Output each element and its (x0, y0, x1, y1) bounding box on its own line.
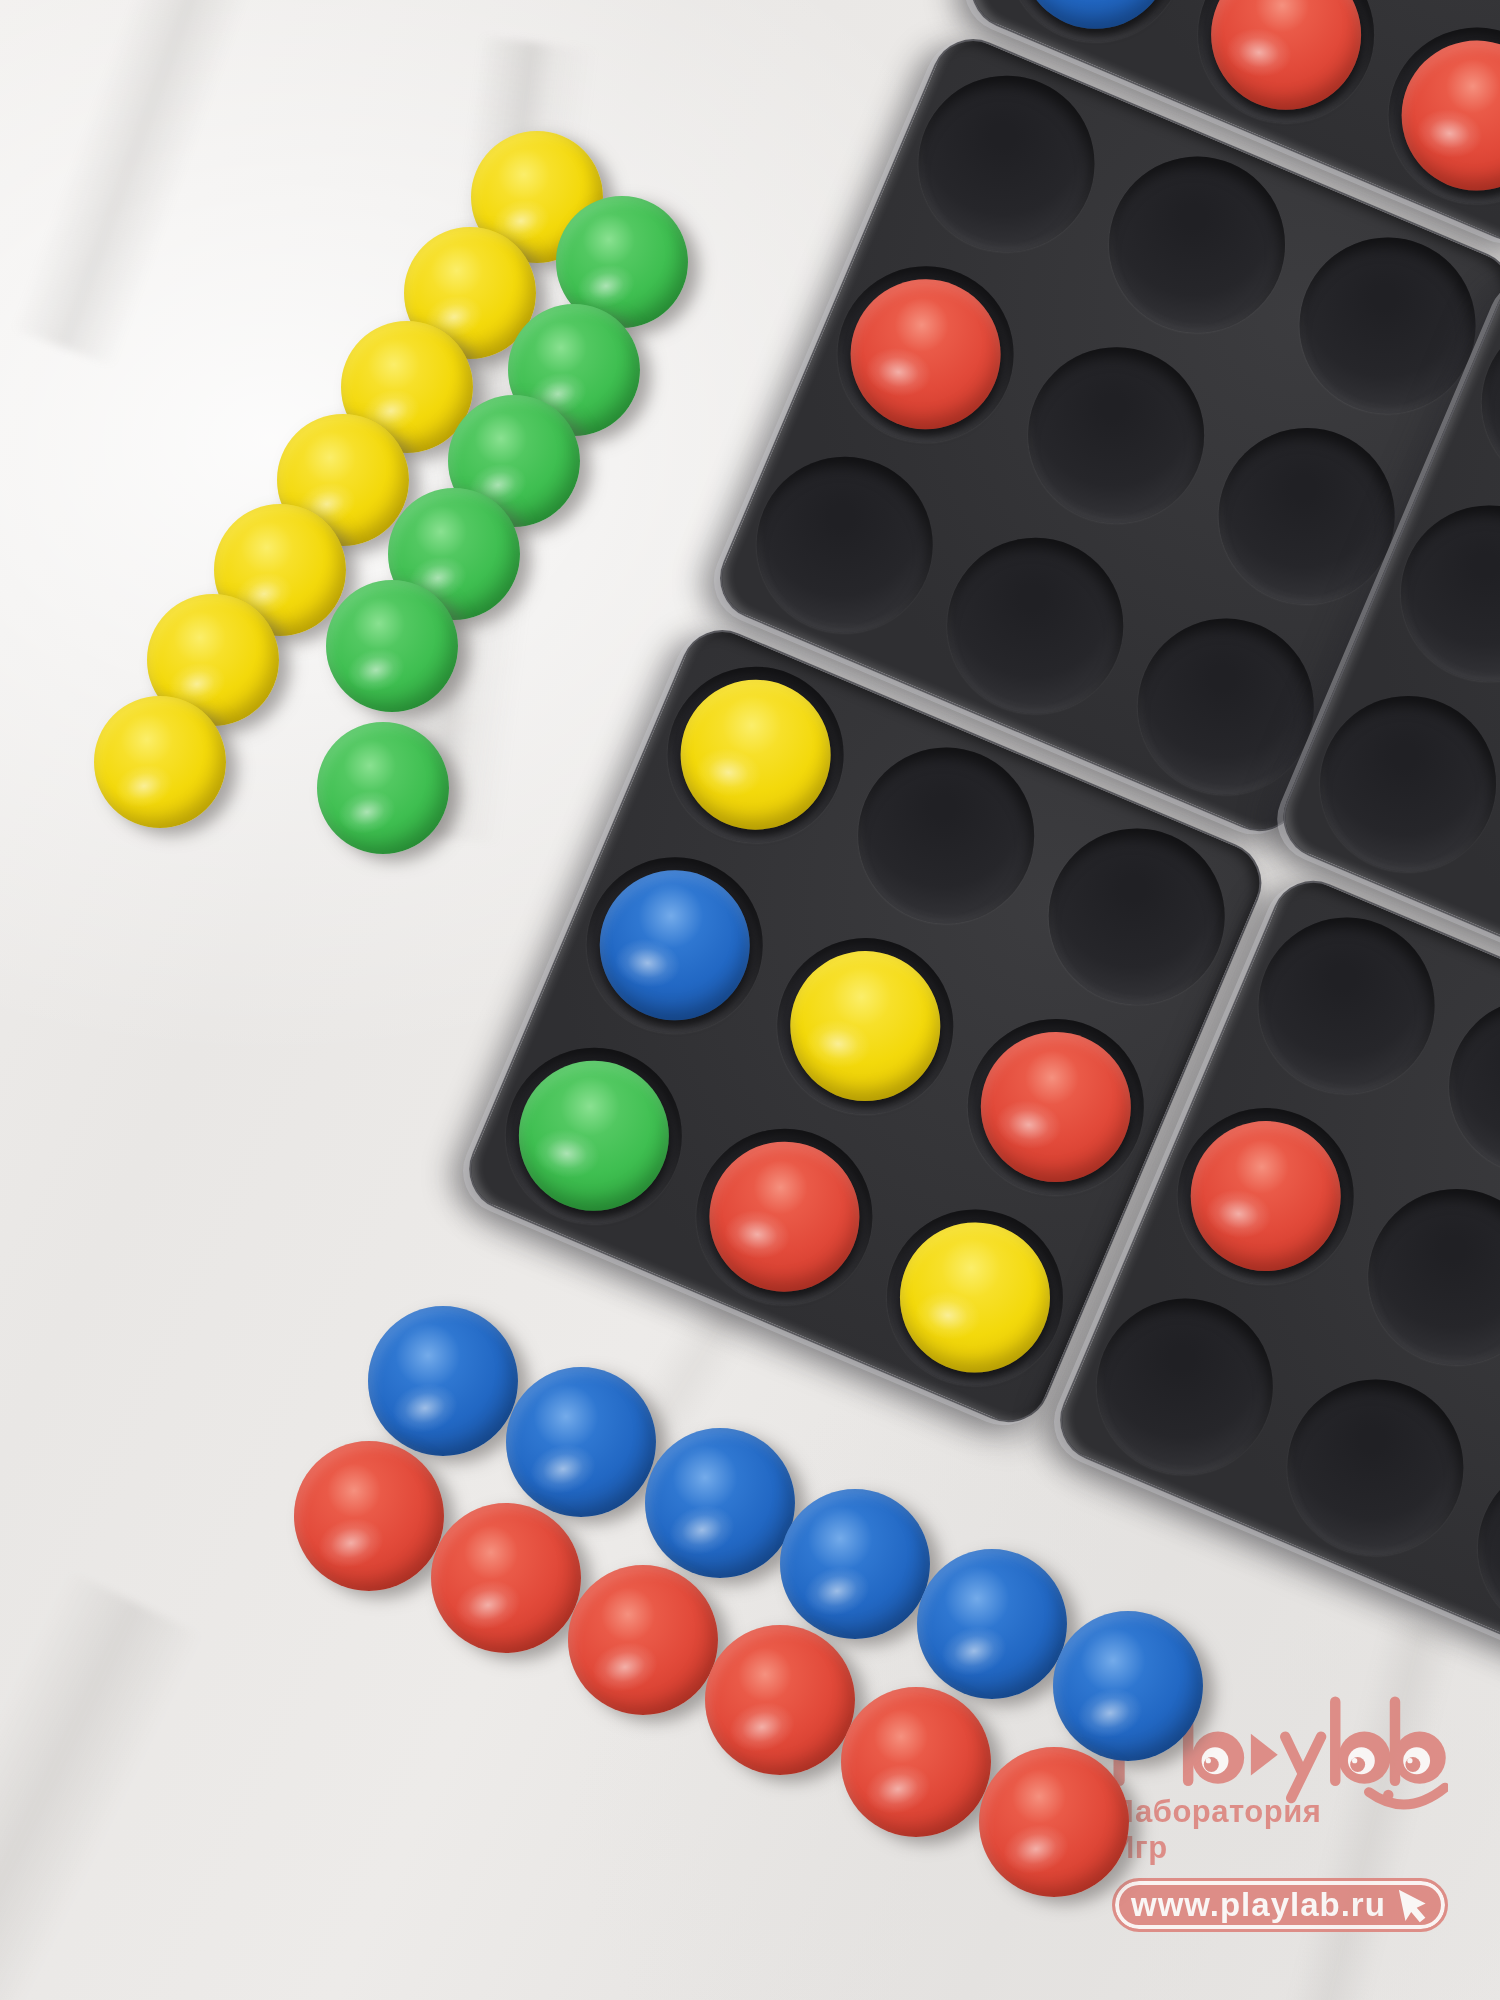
loose-chip-red[interactable] (979, 1747, 1129, 1897)
loose-chip-blue[interactable] (780, 1489, 930, 1639)
loose-chip-red[interactable] (294, 1441, 444, 1591)
loose-chip-red[interactable] (431, 1503, 581, 1653)
cell-center-r3c2[interactable] (669, 1101, 900, 1332)
chip-red[interactable] (957, 1009, 1154, 1206)
loose-chip-green[interactable] (317, 722, 449, 854)
cell-center-r1c1[interactable] (640, 640, 871, 871)
cell-lower-right-r3c2[interactable] (1260, 1352, 1491, 1583)
chip-green[interactable] (496, 1037, 693, 1234)
loose-chip-blue[interactable] (645, 1428, 795, 1578)
loose-chip-red[interactable] (568, 1565, 718, 1715)
loose-chip-blue[interactable] (917, 1549, 1067, 1699)
chip-red[interactable] (1188, 0, 1385, 133)
loose-chip-blue[interactable] (1053, 1611, 1203, 1761)
cell-center-r2c1[interactable] (560, 830, 791, 1061)
chip-red[interactable] (828, 256, 1025, 453)
logo-url-pill[interactable]: www.playlab.ru (1112, 1878, 1448, 1932)
chip-blue[interactable] (998, 0, 1195, 52)
chip-red[interactable] (1168, 1098, 1365, 1295)
chip-yellow[interactable] (876, 1199, 1073, 1396)
cell-upper-r3c1[interactable] (730, 429, 961, 660)
cell-upper-r1c1[interactable] (891, 49, 1122, 280)
cell-center-r1c3[interactable] (1021, 801, 1252, 1032)
loose-chip-red[interactable] (705, 1625, 855, 1775)
cell-center-r2c3[interactable] (940, 992, 1171, 1223)
cell-top-r3c2[interactable] (1171, 0, 1402, 150)
cell-lower-right-r1c1[interactable] (1231, 891, 1462, 1122)
cell-top-r3c3[interactable] (1361, 0, 1500, 231)
marble-vein (11, 0, 258, 366)
cell-lower-right-r2c2[interactable] (1341, 1162, 1500, 1393)
loose-chip-blue[interactable] (506, 1367, 656, 1517)
cell-upper-r2c1[interactable] (811, 239, 1042, 470)
loose-chip-red[interactable] (841, 1687, 991, 1837)
cell-upper-r2c2[interactable] (1001, 320, 1232, 551)
cell-lower-right-r2c1[interactable] (1151, 1081, 1382, 1312)
chip-red[interactable] (686, 1118, 883, 1315)
cell-upper-r3c2[interactable] (920, 510, 1151, 741)
chip-red[interactable] (1378, 17, 1500, 214)
cell-center-r1c2[interactable] (831, 721, 1062, 952)
cursor-icon (1397, 1887, 1431, 1923)
loose-chip-yellow[interactable] (94, 696, 226, 828)
loose-chip-blue[interactable] (368, 1306, 518, 1456)
logo-url: www.playlab.ru (1131, 1886, 1397, 1924)
chip-blue[interactable] (577, 847, 774, 1044)
logo-subtitle: Лаборатория Игр (1112, 1794, 1372, 1866)
chip-yellow[interactable] (767, 928, 964, 1125)
cell-upper-r1c2[interactable] (1082, 130, 1313, 361)
cell-center-r3c1[interactable] (479, 1020, 710, 1251)
marble-vein (0, 1570, 203, 2000)
cell-center-r3c3[interactable] (859, 1182, 1090, 1413)
photo-scene: Лаборатория Игр www.playlab.ru (0, 0, 1500, 2000)
cell-center-r2c2[interactable] (750, 911, 981, 1142)
loose-chip-green[interactable] (326, 580, 458, 712)
cell-lower-right-r3c1[interactable] (1070, 1271, 1301, 1502)
chip-yellow[interactable] (657, 657, 854, 854)
